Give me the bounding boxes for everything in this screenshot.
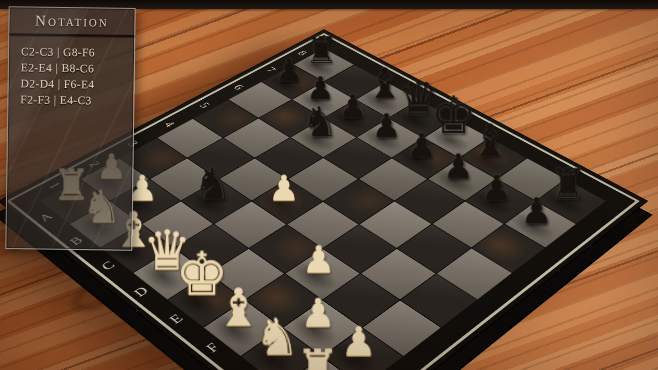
chess-game-screen: ABCDEFGH 12345678 ♜♝♛♚♝♜♟♟♟♟♟♟♟♟♞♟♞♟♟♟♟♟… [0,0,658,370]
square-h1[interactable]: ♜ [281,357,363,370]
notation-panel: Notation C2-C3 | G8-F6 E2-E4 | B8-C6 D2-… [5,6,135,251]
notation-move-list: C2-C3 | G8-F6 E2-E4 | B8-C6 D2-D4 | F6-E… [8,36,134,109]
move-row: F2-F3 | E4-C3 [20,91,133,109]
notation-title: Notation [9,7,134,35]
square-c3[interactable]: ♞ [182,179,251,223]
move-row: D2-D4 | F6-E4 [21,75,134,93]
move-row: C2-C3 | G8-F6 [21,43,134,61]
move-row: E2-E4 | B8-C6 [21,59,134,77]
